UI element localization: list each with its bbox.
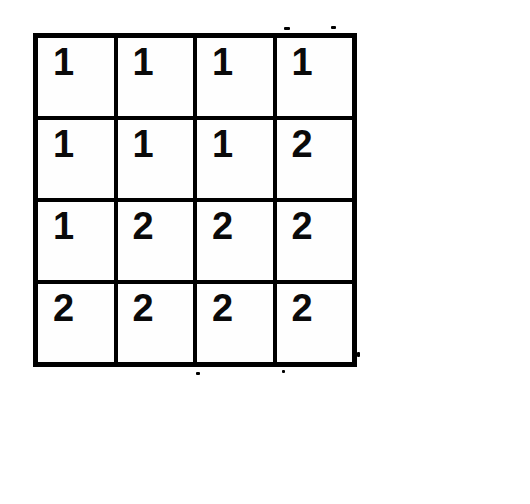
cell-r4c2: 2 bbox=[118, 284, 194, 362]
number-grid-board: 1111111212222222 bbox=[33, 33, 357, 367]
cell-r2c4: 2 bbox=[277, 120, 353, 198]
cell-r2c2: 1 bbox=[118, 120, 194, 198]
cell-r1c2: 1 bbox=[118, 38, 194, 116]
cell-r3c3: 2 bbox=[197, 202, 273, 280]
cell-r2c3: 1 bbox=[197, 120, 273, 198]
page: 1111111212222222 bbox=[0, 0, 530, 504]
scan-speck bbox=[331, 26, 336, 29]
scan-speck bbox=[357, 352, 360, 357]
cell-r3c1: 1 bbox=[38, 202, 114, 280]
scan-speck bbox=[196, 372, 200, 375]
scan-speck bbox=[284, 27, 290, 30]
cell-r3c4: 2 bbox=[277, 202, 353, 280]
scan-speck bbox=[282, 370, 285, 373]
grid: 1111111212222222 bbox=[38, 38, 352, 362]
cell-r1c4: 1 bbox=[277, 38, 353, 116]
cell-r3c2: 2 bbox=[118, 202, 194, 280]
cell-r4c1: 2 bbox=[38, 284, 114, 362]
cell-r2c1: 1 bbox=[38, 120, 114, 198]
cell-r1c1: 1 bbox=[38, 38, 114, 116]
cell-r4c4: 2 bbox=[277, 284, 353, 362]
cell-r1c3: 1 bbox=[197, 38, 273, 116]
cell-r4c3: 2 bbox=[197, 284, 273, 362]
